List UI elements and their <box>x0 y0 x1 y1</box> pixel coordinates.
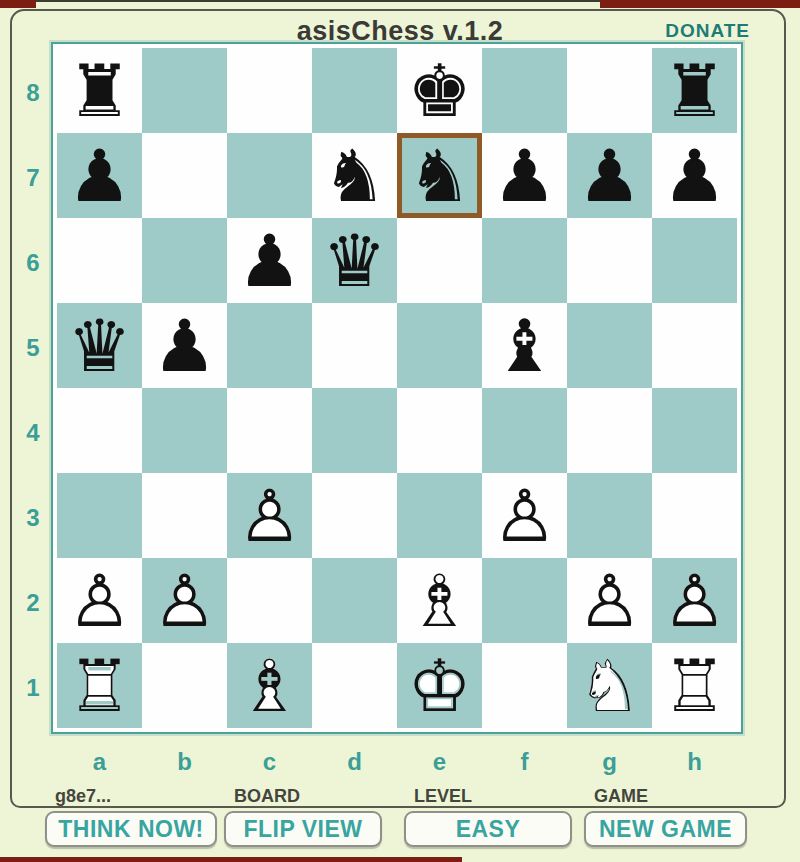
square-c5[interactable] <box>227 303 312 388</box>
board-frame: ♜♚♜♟♞♞♟♟♟♟♛♛♟♝♟♙♟♙♟♙♟♙♝♗♟♙♟♙♜♖♝♗♚♔♞♘♜♖ <box>51 42 743 734</box>
square-c8[interactable] <box>227 48 312 133</box>
file-label-d: d <box>312 748 397 776</box>
piece-white-pawn: ♟♙ <box>142 558 227 643</box>
square-a1[interactable]: ♜♖ <box>57 643 142 728</box>
last-move-label: g8e7... <box>55 786 217 806</box>
piece-black-knight: ♞ <box>397 133 482 218</box>
top-chrome-bar-left <box>0 0 36 8</box>
square-f3[interactable]: ♟♙ <box>482 473 567 558</box>
square-b5[interactable]: ♟ <box>142 303 227 388</box>
square-d3[interactable] <box>312 473 397 558</box>
file-labels: abcdefgh <box>57 748 737 776</box>
square-g5[interactable] <box>567 303 652 388</box>
file-label-a: a <box>57 748 142 776</box>
square-b8[interactable] <box>142 48 227 133</box>
square-h8[interactable]: ♜ <box>652 48 737 133</box>
square-a2[interactable]: ♟♙ <box>57 558 142 643</box>
square-g7[interactable]: ♟ <box>567 133 652 218</box>
flip-view-button[interactable]: FLIP VIEW <box>224 811 382 847</box>
square-e3[interactable] <box>397 473 482 558</box>
piece-black-queen: ♛ <box>312 218 397 303</box>
board: ♜♚♜♟♞♞♟♟♟♟♛♛♟♝♟♙♟♙♟♙♟♙♝♗♟♙♟♙♜♖♝♗♚♔♞♘♜♖ <box>57 48 737 728</box>
piece-black-pawn: ♟ <box>57 133 142 218</box>
piece-white-knight: ♞♘ <box>567 643 652 728</box>
square-h1[interactable]: ♜♖ <box>652 643 737 728</box>
square-e7[interactable]: ♞ <box>397 133 482 218</box>
square-f4[interactable] <box>482 388 567 473</box>
piece-black-queen: ♛ <box>57 303 142 388</box>
square-d8[interactable] <box>312 48 397 133</box>
square-h6[interactable] <box>652 218 737 303</box>
square-a4[interactable] <box>57 388 142 473</box>
square-c3[interactable]: ♟♙ <box>227 473 312 558</box>
rank-label-8: 8 <box>18 50 48 135</box>
square-b2[interactable]: ♟♙ <box>142 558 227 643</box>
square-h3[interactable] <box>652 473 737 558</box>
square-b1[interactable] <box>142 643 227 728</box>
square-a3[interactable] <box>57 473 142 558</box>
square-g8[interactable] <box>567 48 652 133</box>
square-b4[interactable] <box>142 388 227 473</box>
group-label-game: GAME <box>594 786 747 806</box>
piece-white-rook: ♜♖ <box>57 643 142 728</box>
piece-black-pawn: ♟ <box>227 218 312 303</box>
square-h7[interactable]: ♟ <box>652 133 737 218</box>
rank-label-5: 5 <box>18 305 48 390</box>
square-h2[interactable]: ♟♙ <box>652 558 737 643</box>
think-now-button[interactable]: THINK NOW! <box>45 811 217 847</box>
control-group-g8e7: g8e7...THINK NOW! <box>45 786 217 847</box>
group-label-board: BOARD <box>234 786 382 806</box>
rank-label-7: 7 <box>18 135 48 220</box>
piece-white-pawn: ♟♙ <box>652 558 737 643</box>
square-c6[interactable]: ♟ <box>227 218 312 303</box>
square-e1[interactable]: ♚♔ <box>397 643 482 728</box>
square-b6[interactable] <box>142 218 227 303</box>
square-f1[interactable] <box>482 643 567 728</box>
piece-black-rook: ♜ <box>652 48 737 133</box>
square-e8[interactable]: ♚ <box>397 48 482 133</box>
rank-label-6: 6 <box>18 220 48 305</box>
square-e5[interactable] <box>397 303 482 388</box>
piece-black-pawn: ♟ <box>142 303 227 388</box>
piece-white-pawn: ♟♙ <box>567 558 652 643</box>
square-f8[interactable] <box>482 48 567 133</box>
square-g3[interactable] <box>567 473 652 558</box>
file-label-e: e <box>397 748 482 776</box>
piece-white-bishop: ♝♗ <box>397 558 482 643</box>
square-d2[interactable] <box>312 558 397 643</box>
square-h5[interactable] <box>652 303 737 388</box>
square-a7[interactable]: ♟ <box>57 133 142 218</box>
square-g4[interactable] <box>567 388 652 473</box>
file-label-b: b <box>142 748 227 776</box>
square-e2[interactable]: ♝♗ <box>397 558 482 643</box>
control-group-game: GAMENEW GAME <box>584 786 747 847</box>
square-e4[interactable] <box>397 388 482 473</box>
piece-white-pawn: ♟♙ <box>482 473 567 558</box>
square-f2[interactable] <box>482 558 567 643</box>
bottom-chrome-bar <box>0 857 462 862</box>
piece-white-king: ♚♔ <box>397 643 482 728</box>
piece-white-bishop: ♝♗ <box>227 643 312 728</box>
square-f7[interactable]: ♟ <box>482 133 567 218</box>
piece-white-pawn: ♟♙ <box>57 558 142 643</box>
square-c4[interactable] <box>227 388 312 473</box>
square-d1[interactable] <box>312 643 397 728</box>
square-d5[interactable] <box>312 303 397 388</box>
piece-black-king: ♚ <box>397 48 482 133</box>
file-label-h: h <box>652 748 737 776</box>
square-f5[interactable]: ♝ <box>482 303 567 388</box>
square-a5[interactable]: ♛ <box>57 303 142 388</box>
rank-labels: 87654321 <box>18 50 48 730</box>
file-label-c: c <box>227 748 312 776</box>
piece-white-rook: ♜♖ <box>652 643 737 728</box>
rank-label-2: 2 <box>18 560 48 645</box>
rank-label-3: 3 <box>18 475 48 560</box>
donate-link[interactable]: DONATE <box>665 20 750 42</box>
piece-black-pawn: ♟ <box>567 133 652 218</box>
square-b7[interactable] <box>142 133 227 218</box>
square-d7[interactable]: ♞ <box>312 133 397 218</box>
rank-label-4: 4 <box>18 390 48 475</box>
rank-label-1: 1 <box>18 645 48 730</box>
aschess-app: asisChess v.1.2 DONATE 87654321 ♜♚♜♟♞♞♟♟… <box>0 0 800 862</box>
square-e6[interactable] <box>397 218 482 303</box>
piece-black-rook: ♜ <box>57 48 142 133</box>
file-label-f: f <box>482 748 567 776</box>
new-game-button[interactable]: NEW GAME <box>584 811 747 847</box>
square-f6[interactable] <box>482 218 567 303</box>
square-b3[interactable] <box>142 473 227 558</box>
square-d6[interactable]: ♛ <box>312 218 397 303</box>
square-g6[interactable] <box>567 218 652 303</box>
square-c1[interactable]: ♝♗ <box>227 643 312 728</box>
square-a8[interactable]: ♜ <box>57 48 142 133</box>
control-group-level: LEVELEASY <box>404 786 572 847</box>
file-label-g: g <box>567 748 652 776</box>
piece-white-pawn: ♟♙ <box>227 473 312 558</box>
square-g2[interactable]: ♟♙ <box>567 558 652 643</box>
piece-black-pawn: ♟ <box>652 133 737 218</box>
group-label-level: LEVEL <box>414 786 572 806</box>
piece-black-bishop: ♝ <box>482 303 567 388</box>
square-g1[interactable]: ♞♘ <box>567 643 652 728</box>
piece-black-pawn: ♟ <box>482 133 567 218</box>
square-a6[interactable] <box>57 218 142 303</box>
control-group-board: BOARDFLIP VIEW <box>224 786 382 847</box>
square-c7[interactable] <box>227 133 312 218</box>
square-d4[interactable] <box>312 388 397 473</box>
square-h4[interactable] <box>652 388 737 473</box>
square-c2[interactable] <box>227 558 312 643</box>
piece-black-knight: ♞ <box>312 133 397 218</box>
easy-button[interactable]: EASY <box>404 811 572 847</box>
top-chrome-bar-right <box>600 0 800 8</box>
